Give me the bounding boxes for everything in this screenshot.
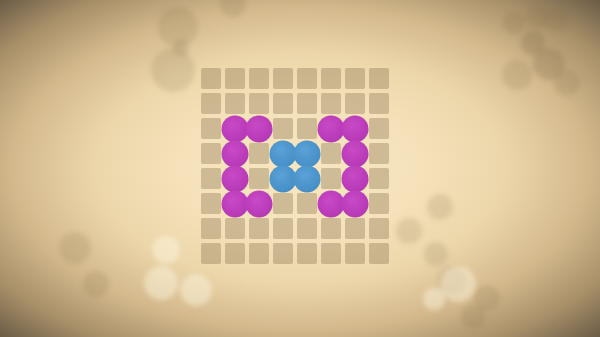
board-cell-r6c2	[249, 218, 269, 239]
board-cell-r7c4	[297, 243, 317, 264]
board-cell-r1c4	[297, 93, 317, 114]
bokeh-circle	[440, 266, 476, 302]
board-cell-r3c2	[249, 143, 269, 164]
board-cell-r4c2	[249, 168, 269, 189]
game-screen	[0, 0, 600, 337]
bokeh-circle	[152, 236, 180, 264]
magenta-dot[interactable]	[342, 140, 369, 167]
bokeh-circle	[180, 274, 212, 306]
board-cell-r4c3	[273, 168, 293, 189]
bokeh-circle	[474, 285, 500, 311]
bokeh-circle	[158, 7, 198, 47]
bokeh-circle	[427, 194, 453, 220]
blue-dot[interactable]	[270, 140, 297, 167]
board-cell-r7c5	[321, 243, 341, 264]
bokeh-circle	[220, 0, 246, 17]
board-cell-r4c4	[297, 168, 317, 189]
board-cell-r7c3	[273, 243, 293, 264]
board-cell-r5c3	[273, 193, 293, 214]
board-cell-r5c0	[201, 193, 221, 214]
bokeh-circle	[151, 48, 195, 92]
board-cell-r3c3	[273, 143, 293, 164]
bokeh-circle	[173, 40, 189, 56]
bokeh-circle	[544, 8, 568, 32]
magenta-dot[interactable]	[318, 190, 345, 217]
board-cell-r2c3	[273, 118, 293, 139]
bokeh-circle	[423, 288, 445, 310]
board-cell-r4c7	[369, 168, 389, 189]
board-cell-r3c6	[345, 143, 365, 164]
board-cell-r5c5	[321, 193, 341, 214]
magenta-dot[interactable]	[342, 165, 369, 192]
bokeh-circle	[396, 218, 422, 244]
board-cell-r4c6	[345, 168, 365, 189]
bokeh-circle	[503, 12, 525, 34]
bokeh-circle	[424, 242, 448, 266]
board-cell-r1c0	[201, 93, 221, 114]
board-cell-r1c3	[273, 93, 293, 114]
bokeh-circle	[526, 6, 548, 28]
board-cell-r2c5	[321, 118, 341, 139]
board-cell-r1c2	[249, 93, 269, 114]
bokeh-circle	[502, 60, 532, 90]
board-cell-r1c1	[225, 93, 245, 114]
magenta-dot[interactable]	[222, 115, 249, 142]
board-cell-r0c5	[321, 68, 341, 89]
board-cell-r4c5	[321, 168, 341, 189]
magenta-dot[interactable]	[222, 140, 249, 167]
bokeh-circle	[461, 305, 485, 329]
blue-dot[interactable]	[294, 165, 321, 192]
bokeh-circle	[438, 266, 466, 294]
magenta-dot[interactable]	[222, 190, 249, 217]
board-cell-r0c1	[225, 68, 245, 89]
blue-dot[interactable]	[294, 140, 321, 167]
board-cell-r2c7	[369, 118, 389, 139]
board-cell-r3c1	[225, 143, 245, 164]
bokeh-circle	[83, 271, 109, 297]
board-cell-r3c4	[297, 143, 317, 164]
board-cell-r6c0	[201, 218, 221, 239]
board-cell-r4c1	[225, 168, 245, 189]
board-cell-r2c1	[225, 118, 245, 139]
bokeh-circle	[59, 232, 91, 264]
board-cell-r6c6	[345, 218, 365, 239]
board-cell-r3c0	[201, 143, 221, 164]
board-cell-r7c7	[369, 243, 389, 264]
board-cell-r0c2	[249, 68, 269, 89]
magenta-dot[interactable]	[342, 115, 369, 142]
magenta-dot[interactable]	[342, 190, 369, 217]
board-cell-r5c2	[249, 193, 269, 214]
magenta-dot[interactable]	[222, 165, 249, 192]
board-cell-r5c6	[345, 193, 365, 214]
puzzle-board	[201, 68, 389, 264]
board-cell-r7c6	[345, 243, 365, 264]
board-cell-r3c7	[369, 143, 389, 164]
board-cell-r7c1	[225, 243, 245, 264]
board-cell-r0c7	[369, 68, 389, 89]
board-cell-r5c4	[297, 193, 317, 214]
board-cell-r0c4	[297, 68, 317, 89]
bokeh-circle	[521, 31, 545, 55]
board-cell-r5c1	[225, 193, 245, 214]
board-cell-r6c3	[273, 218, 293, 239]
board-cell-r2c6	[345, 118, 365, 139]
board-cell-r6c7	[369, 218, 389, 239]
board-cell-r6c5	[321, 218, 341, 239]
board-cell-r1c6	[345, 93, 365, 114]
bokeh-circle	[554, 70, 580, 96]
board-cell-r6c4	[297, 218, 317, 239]
board-cell-r1c7	[369, 93, 389, 114]
board-cell-r0c3	[273, 68, 293, 89]
board-cell-r2c0	[201, 118, 221, 139]
board-cell-r3c5	[321, 143, 341, 164]
board-cell-r7c0	[201, 243, 221, 264]
board-cell-r0c0	[201, 68, 221, 89]
board-cell-r4c0	[201, 168, 221, 189]
board-cell-r0c6	[345, 68, 365, 89]
bokeh-circle	[533, 48, 565, 80]
board-cell-r2c4	[297, 118, 317, 139]
board-cell-r2c2	[249, 118, 269, 139]
board-cell-r6c1	[225, 218, 245, 239]
board-cell-r5c7	[369, 193, 389, 214]
magenta-dot[interactable]	[246, 115, 273, 142]
bokeh-circle	[144, 266, 178, 300]
magenta-dot[interactable]	[318, 115, 345, 142]
board-cell-r7c2	[249, 243, 269, 264]
blue-dot[interactable]	[270, 165, 297, 192]
board-cell-r1c5	[321, 93, 341, 114]
magenta-dot[interactable]	[246, 190, 273, 217]
